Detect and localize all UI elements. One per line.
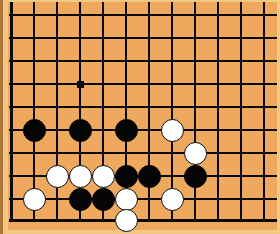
grid-line-horizontal — [9, 14, 277, 16]
board-frame-shadow — [0, 0, 3, 234]
grid-line-horizontal — [9, 152, 277, 154]
black-stone — [69, 119, 92, 142]
white-stone — [161, 188, 184, 211]
grid-line-horizontal — [9, 60, 277, 62]
white-stone — [115, 209, 138, 232]
white-stone — [92, 165, 115, 188]
black-stone — [23, 119, 46, 142]
board-bottom-edge-line — [9, 219, 277, 222]
board-left-edge-line — [10, 2, 13, 222]
star-point — [77, 81, 84, 88]
white-stone — [69, 165, 92, 188]
black-stone — [69, 188, 92, 211]
grid-line-horizontal — [9, 83, 277, 85]
white-stone — [46, 165, 69, 188]
grid-line-horizontal — [9, 37, 277, 39]
grid-line-vertical — [240, 2, 242, 222]
black-stone — [92, 188, 115, 211]
white-stone — [23, 188, 46, 211]
grid-line-vertical — [217, 2, 219, 222]
black-stone — [138, 165, 161, 188]
white-stone — [184, 142, 207, 165]
grid-line-vertical — [194, 2, 196, 222]
go-board-diagram — [0, 0, 280, 234]
grid-line-horizontal — [9, 129, 277, 131]
black-stone — [115, 165, 138, 188]
grid-line-vertical — [56, 2, 58, 222]
black-stone — [184, 165, 207, 188]
grid-line-horizontal — [9, 106, 277, 108]
black-stone — [115, 119, 138, 142]
grid-line-horizontal — [9, 198, 277, 200]
white-stone — [161, 119, 184, 142]
grid-line-vertical — [263, 2, 265, 222]
white-stone — [115, 188, 138, 211]
grid-line-vertical — [148, 2, 150, 222]
